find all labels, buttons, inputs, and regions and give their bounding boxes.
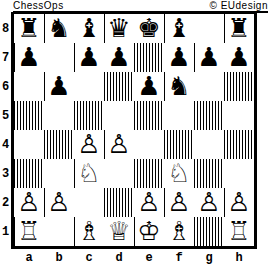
rank-labels: 87654321: [0, 14, 11, 246]
white-pawn-f2: ♙: [165, 188, 192, 217]
square-f8[interactable]: ♝: [164, 14, 194, 43]
square-e3[interactable]: [134, 159, 164, 188]
square-a4[interactable]: [14, 130, 44, 159]
square-e7[interactable]: [134, 43, 164, 72]
square-b7[interactable]: [44, 43, 74, 72]
square-d4[interactable]: ♙: [104, 130, 134, 159]
file-label-g: g: [194, 250, 224, 266]
square-d7[interactable]: ♟: [104, 43, 134, 72]
square-f7[interactable]: ♟: [164, 43, 194, 72]
square-e4[interactable]: [134, 130, 164, 159]
square-b3[interactable]: [44, 159, 74, 188]
square-b6[interactable]: ♟: [44, 72, 74, 101]
square-c4[interactable]: ♙: [74, 130, 104, 159]
square-g4[interactable]: [194, 130, 224, 159]
white-pawn-c4: ♙: [75, 130, 102, 159]
white-bishop-c1: ♗: [75, 217, 102, 246]
square-b8[interactable]: ♞: [44, 14, 74, 43]
white-pawn-e2: ♙: [135, 188, 162, 217]
black-rook-a8: ♜: [15, 14, 42, 43]
square-d5[interactable]: [104, 101, 134, 130]
square-b2[interactable]: ♙: [44, 188, 74, 217]
square-d8[interactable]: ♛: [104, 14, 134, 43]
square-h3[interactable]: [224, 159, 254, 188]
rank-label-7: 7: [0, 43, 11, 72]
square-f5[interactable]: [164, 101, 194, 130]
black-pawn-h7: ♟: [225, 43, 252, 72]
white-rook-h1: ♖: [225, 217, 252, 246]
square-g3[interactable]: [194, 159, 224, 188]
rank-label-6: 6: [0, 72, 11, 101]
black-queen-d8: ♛: [105, 14, 132, 43]
square-f1[interactable]: ♗: [164, 217, 194, 246]
square-e2[interactable]: ♙: [134, 188, 164, 217]
file-label-c: c: [74, 250, 104, 266]
square-f4[interactable]: [164, 130, 194, 159]
black-knight-b8: ♞: [45, 14, 72, 43]
square-a2[interactable]: ♙: [14, 188, 44, 217]
rank-label-5: 5: [0, 101, 11, 130]
square-g6[interactable]: [194, 72, 224, 101]
square-a1[interactable]: ♖: [14, 217, 44, 246]
square-g8[interactable]: [194, 14, 224, 43]
file-label-a: a: [14, 250, 44, 266]
black-pawn-f7: ♟: [165, 43, 192, 72]
square-d2[interactable]: [104, 188, 134, 217]
square-a6[interactable]: [14, 72, 44, 101]
square-c7[interactable]: ♟: [74, 43, 104, 72]
black-pawn-b6: ♟: [45, 72, 72, 101]
square-h4[interactable]: [224, 130, 254, 159]
square-h6[interactable]: [224, 72, 254, 101]
white-knight-c3: ♘: [75, 159, 102, 188]
black-bishop-f8: ♝: [165, 14, 192, 43]
square-h1[interactable]: ♖: [224, 217, 254, 246]
square-c3[interactable]: ♘: [74, 159, 104, 188]
white-pawn-g2: ♙: [195, 188, 222, 217]
square-e5[interactable]: [134, 101, 164, 130]
white-rook-a1: ♖: [15, 217, 42, 246]
white-king-e1: ♔: [135, 217, 162, 246]
white-pawn-b2: ♙: [45, 188, 72, 217]
square-g5[interactable]: [194, 101, 224, 130]
square-g2[interactable]: ♙: [194, 188, 224, 217]
app-title: ChessOps: [13, 0, 64, 11]
square-h2[interactable]: ♙: [224, 188, 254, 217]
square-c5[interactable]: [74, 101, 104, 130]
black-bishop-c8: ♝: [75, 14, 102, 43]
rank-label-1: 1: [0, 217, 11, 246]
square-a8[interactable]: ♜: [14, 14, 44, 43]
chess-board: ♜♞♝♛♚♝♜♟♟♟♟♟♟♟♟♞♙♙♘♘♙♙♙♙♙♙♖♗♕♔♗♖: [11, 12, 257, 249]
square-d1[interactable]: ♕: [104, 217, 134, 246]
square-e6[interactable]: ♟: [134, 72, 164, 101]
square-c6[interactable]: [74, 72, 104, 101]
square-c2[interactable]: [74, 188, 104, 217]
square-a5[interactable]: [14, 101, 44, 130]
file-label-e: e: [134, 250, 164, 266]
chessops-window: ChessOps © EUdesign 87654321 ♜♞♝♛♚♝♜♟♟♟♟…: [0, 0, 270, 270]
square-f6[interactable]: ♞: [164, 72, 194, 101]
white-pawn-d4: ♙: [105, 130, 132, 159]
black-rook-h8: ♜: [225, 14, 252, 43]
white-bishop-f1: ♗: [165, 217, 192, 246]
file-label-h: h: [224, 250, 254, 266]
square-c8[interactable]: ♝: [74, 14, 104, 43]
black-king-e8: ♚: [135, 14, 162, 43]
white-queen-d1: ♕: [105, 217, 132, 246]
rank-label-3: 3: [0, 159, 11, 188]
square-d6[interactable]: [104, 72, 134, 101]
file-label-f: f: [164, 250, 194, 266]
square-h5[interactable]: [224, 101, 254, 130]
black-pawn-e6: ♟: [135, 72, 162, 101]
square-e1[interactable]: ♔: [134, 217, 164, 246]
file-labels: abcdefgh: [14, 250, 254, 266]
square-g1[interactable]: [194, 217, 224, 246]
square-a7[interactable]: ♟: [14, 43, 44, 72]
black-knight-f6: ♞: [165, 72, 192, 101]
file-label-d: d: [104, 250, 134, 266]
credit-text: © EUdesign: [209, 0, 268, 11]
white-pawn-h2: ♙: [225, 188, 252, 217]
square-h8[interactable]: ♜: [224, 14, 254, 43]
square-h7[interactable]: ♟: [224, 43, 254, 72]
square-b1[interactable]: [44, 217, 74, 246]
square-b4[interactable]: [44, 130, 74, 159]
file-label-b: b: [44, 250, 74, 266]
rank-label-2: 2: [0, 188, 11, 217]
rank-label-4: 4: [0, 130, 11, 159]
black-pawn-d7: ♟: [105, 43, 132, 72]
square-a3[interactable]: [14, 159, 44, 188]
white-pawn-a2: ♙: [15, 188, 42, 217]
white-knight-f3: ♘: [165, 159, 192, 188]
square-c1[interactable]: ♗: [74, 217, 104, 246]
square-b5[interactable]: [44, 101, 74, 130]
black-pawn-c7: ♟: [75, 43, 102, 72]
square-e8[interactable]: ♚: [134, 14, 164, 43]
square-g7[interactable]: ♟: [194, 43, 224, 72]
square-d3[interactable]: [104, 159, 134, 188]
black-pawn-g7: ♟: [195, 43, 222, 72]
black-pawn-a7: ♟: [15, 43, 42, 72]
square-f3[interactable]: ♘: [164, 159, 194, 188]
square-f2[interactable]: ♙: [164, 188, 194, 217]
rank-label-8: 8: [0, 14, 11, 43]
